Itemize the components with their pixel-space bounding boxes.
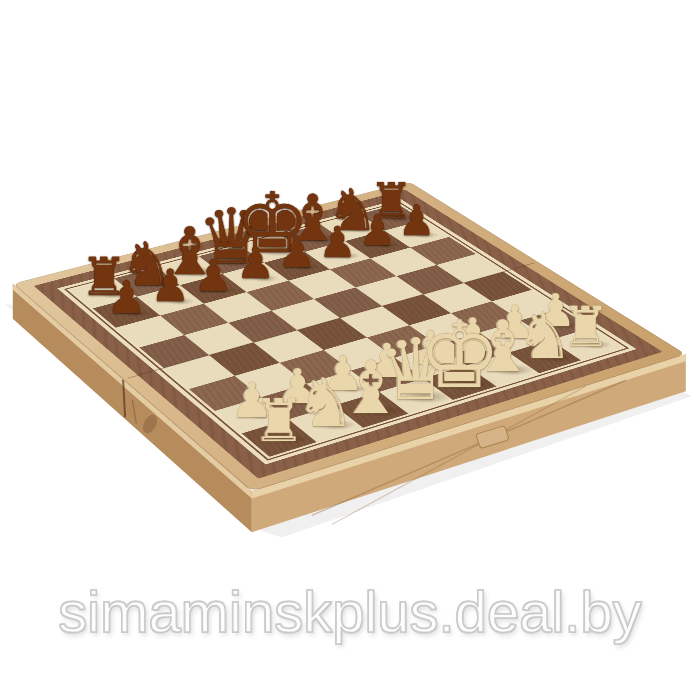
product-photo-stage: ♜♞♝♛♚♝♞♜♟♟♟♟♟♟♟♟♟♟♟♟♟♟♟♟♜♞♝♛♚♝♞♜ simamin… [0, 0, 700, 700]
watermark-text: simaminskplus.deal.by [0, 578, 700, 645]
